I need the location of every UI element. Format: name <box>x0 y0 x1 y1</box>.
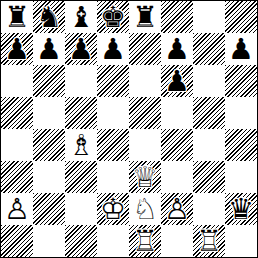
black-pawn[interactable]: ♟ <box>97 33 129 65</box>
square-c1[interactable] <box>65 225 97 257</box>
black-rook[interactable]: ♜ <box>1 1 33 33</box>
black-knight[interactable]: ♞ <box>33 1 65 33</box>
square-a6[interactable] <box>1 65 33 97</box>
square-h7[interactable]: ♟ <box>225 33 257 65</box>
square-e1[interactable]: ♜♖ <box>129 225 161 257</box>
black-queen[interactable]: ♛ <box>225 193 257 225</box>
square-b1[interactable] <box>33 225 65 257</box>
square-h1[interactable] <box>225 225 257 257</box>
square-a3[interactable] <box>1 161 33 193</box>
white-knight-fill: ♞ <box>129 193 161 225</box>
white-bishop[interactable]: ♗ <box>65 129 97 161</box>
square-g8[interactable] <box>193 1 225 33</box>
white-rook[interactable]: ♖ <box>193 225 225 257</box>
square-a4[interactable] <box>1 129 33 161</box>
square-b6[interactable] <box>33 65 65 97</box>
white-pawn-fill: ♟ <box>1 193 33 225</box>
square-h8[interactable] <box>225 1 257 33</box>
square-c6[interactable] <box>65 65 97 97</box>
square-d8[interactable]: ♚ <box>97 1 129 33</box>
square-c5[interactable] <box>65 97 97 129</box>
square-f3[interactable] <box>161 161 193 193</box>
white-bishop-fill: ♝ <box>65 129 97 161</box>
square-d2[interactable]: ♚♔ <box>97 193 129 225</box>
square-h4[interactable] <box>225 129 257 161</box>
square-b2[interactable] <box>33 193 65 225</box>
square-b4[interactable] <box>33 129 65 161</box>
square-g7[interactable] <box>193 33 225 65</box>
square-h3[interactable] <box>225 161 257 193</box>
square-c2[interactable] <box>65 193 97 225</box>
square-b8[interactable]: ♞ <box>33 1 65 33</box>
black-king[interactable]: ♚ <box>97 1 129 33</box>
white-pawn[interactable]: ♙ <box>161 193 193 225</box>
white-pawn[interactable]: ♙ <box>1 193 33 225</box>
white-pawn-fill: ♟ <box>161 193 193 225</box>
square-c8[interactable]: ♝ <box>65 1 97 33</box>
white-rook-fill: ♜ <box>129 225 161 257</box>
white-knight[interactable]: ♘ <box>129 193 161 225</box>
chess-diagram: ♜♞♝♚♜♟♟♟♟♟♟♟♝♗♛♕♟♙♚♔♞♘♟♙♛♜♖♜♖ <box>0 0 258 258</box>
square-a5[interactable] <box>1 97 33 129</box>
square-e5[interactable] <box>129 97 161 129</box>
square-c4[interactable]: ♝♗ <box>65 129 97 161</box>
square-f6[interactable]: ♟ <box>161 65 193 97</box>
square-b5[interactable] <box>33 97 65 129</box>
black-rook[interactable]: ♜ <box>129 1 161 33</box>
white-queen[interactable]: ♕ <box>129 161 161 193</box>
white-rook-fill: ♜ <box>193 225 225 257</box>
white-king[interactable]: ♔ <box>97 193 129 225</box>
square-c3[interactable] <box>65 161 97 193</box>
square-a1[interactable] <box>1 225 33 257</box>
square-f2[interactable]: ♟♙ <box>161 193 193 225</box>
square-e8[interactable]: ♜ <box>129 1 161 33</box>
square-d4[interactable] <box>97 129 129 161</box>
black-pawn[interactable]: ♟ <box>225 33 257 65</box>
square-g5[interactable] <box>193 97 225 129</box>
black-pawn[interactable]: ♟ <box>161 65 193 97</box>
white-queen-fill: ♛ <box>129 161 161 193</box>
square-d1[interactable] <box>97 225 129 257</box>
square-g4[interactable] <box>193 129 225 161</box>
black-bishop[interactable]: ♝ <box>65 1 97 33</box>
square-h6[interactable] <box>225 65 257 97</box>
square-e2[interactable]: ♞♘ <box>129 193 161 225</box>
square-f7[interactable]: ♟ <box>161 33 193 65</box>
square-f1[interactable] <box>161 225 193 257</box>
square-g3[interactable] <box>193 161 225 193</box>
square-d5[interactable] <box>97 97 129 129</box>
square-d7[interactable]: ♟ <box>97 33 129 65</box>
black-pawn[interactable]: ♟ <box>65 33 97 65</box>
square-d6[interactable] <box>97 65 129 97</box>
square-b3[interactable] <box>33 161 65 193</box>
white-king-fill: ♚ <box>97 193 129 225</box>
square-f5[interactable] <box>161 97 193 129</box>
square-c7[interactable]: ♟ <box>65 33 97 65</box>
black-pawn[interactable]: ♟ <box>161 33 193 65</box>
black-pawn[interactable]: ♟ <box>1 33 33 65</box>
square-g2[interactable] <box>193 193 225 225</box>
square-b7[interactable]: ♟ <box>33 33 65 65</box>
square-f4[interactable] <box>161 129 193 161</box>
square-h5[interactable] <box>225 97 257 129</box>
square-a8[interactable]: ♜ <box>1 1 33 33</box>
square-g1[interactable]: ♜♖ <box>193 225 225 257</box>
square-g6[interactable] <box>193 65 225 97</box>
square-a7[interactable]: ♟ <box>1 33 33 65</box>
square-a2[interactable]: ♟♙ <box>1 193 33 225</box>
square-h2[interactable]: ♛ <box>225 193 257 225</box>
chessboard: ♜♞♝♚♜♟♟♟♟♟♟♟♝♗♛♕♟♙♚♔♞♘♟♙♛♜♖♜♖ <box>0 0 258 258</box>
square-e7[interactable] <box>129 33 161 65</box>
square-e4[interactable] <box>129 129 161 161</box>
square-e6[interactable] <box>129 65 161 97</box>
square-e3[interactable]: ♛♕ <box>129 161 161 193</box>
black-pawn[interactable]: ♟ <box>33 33 65 65</box>
square-f8[interactable] <box>161 1 193 33</box>
white-rook[interactable]: ♖ <box>129 225 161 257</box>
square-d3[interactable] <box>97 161 129 193</box>
